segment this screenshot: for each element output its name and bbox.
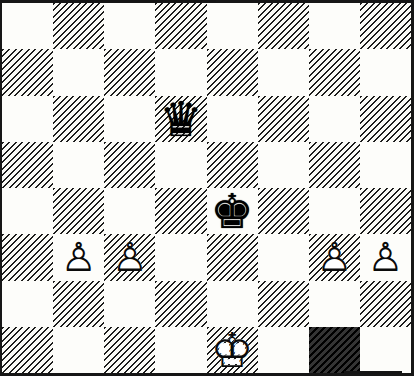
- black-king: ♚: [207, 188, 258, 234]
- square-e8: [207, 3, 258, 49]
- white-pawn-glyph: ♙: [104, 234, 155, 280]
- square-h4: [360, 188, 411, 234]
- square-b5: [53, 142, 104, 188]
- square-c7: [104, 49, 155, 95]
- square-f2: [258, 281, 309, 327]
- black-queen: ♛: [155, 96, 206, 142]
- square-c2: [104, 281, 155, 327]
- print-artifact: [160, 373, 204, 375]
- square-g6: [309, 96, 360, 142]
- square-f4: [258, 188, 309, 234]
- white-pawn: ♟♙: [53, 234, 104, 280]
- square-c3: ♟♙: [104, 234, 155, 280]
- chess-diagram: ♛♚♟♙♟♙♟♙♟♙♚♔: [0, 0, 414, 376]
- square-e6: [207, 96, 258, 142]
- square-h7: [360, 49, 411, 95]
- square-h8: [360, 3, 411, 49]
- white-pawn: ♟♙: [104, 234, 155, 280]
- square-h3: ♟♙: [360, 234, 411, 280]
- square-h6: [360, 96, 411, 142]
- square-f5: [258, 142, 309, 188]
- white-pawn-glyph: ♙: [360, 234, 411, 280]
- square-b2: [53, 281, 104, 327]
- square-e1: ♚♔: [207, 327, 258, 373]
- square-c8: [104, 3, 155, 49]
- square-g1: [309, 327, 360, 373]
- square-d1: [155, 327, 206, 373]
- square-g2: [309, 281, 360, 327]
- square-h5: [360, 142, 411, 188]
- white-pawn-glyph: ♙: [309, 234, 360, 280]
- white-king-glyph: ♔: [207, 327, 258, 373]
- print-artifact: [344, 371, 402, 374]
- square-c1: [104, 327, 155, 373]
- square-f6: [258, 96, 309, 142]
- square-a8: [2, 3, 53, 49]
- square-g3: ♟♙: [309, 234, 360, 280]
- square-b7: [53, 49, 104, 95]
- square-a4: [2, 188, 53, 234]
- square-e5: [207, 142, 258, 188]
- white-pawn: ♟♙: [360, 234, 411, 280]
- square-f3: [258, 234, 309, 280]
- white-pawn: ♟♙: [309, 234, 360, 280]
- square-b3: ♟♙: [53, 234, 104, 280]
- square-d7: [155, 49, 206, 95]
- square-e4: ♚: [207, 188, 258, 234]
- square-c4: [104, 188, 155, 234]
- square-a3: [2, 234, 53, 280]
- black-queen-glyph: ♛: [155, 96, 206, 142]
- square-a2: [2, 281, 53, 327]
- square-e7: [207, 49, 258, 95]
- square-c5: [104, 142, 155, 188]
- square-d5: [155, 142, 206, 188]
- black-king-glyph: ♚: [207, 188, 258, 234]
- square-h1: [360, 327, 411, 373]
- square-b4: [53, 188, 104, 234]
- square-e3: [207, 234, 258, 280]
- square-g4: [309, 188, 360, 234]
- white-pawn-glyph: ♙: [53, 234, 104, 280]
- square-a7: [2, 49, 53, 95]
- square-a5: [2, 142, 53, 188]
- square-d3: [155, 234, 206, 280]
- square-d6: ♛: [155, 96, 206, 142]
- square-b6: [53, 96, 104, 142]
- square-d2: [155, 281, 206, 327]
- print-artifact: [96, 0, 216, 2]
- square-e2: [207, 281, 258, 327]
- square-f7: [258, 49, 309, 95]
- square-d4: [155, 188, 206, 234]
- square-d8: [155, 3, 206, 49]
- square-g7: [309, 49, 360, 95]
- square-b1: [53, 327, 104, 373]
- square-a1: [2, 327, 53, 373]
- square-f1: [258, 327, 309, 373]
- square-f8: [258, 3, 309, 49]
- square-a6: [2, 96, 53, 142]
- square-c6: [104, 96, 155, 142]
- square-g5: [309, 142, 360, 188]
- chess-board: ♛♚♟♙♟♙♟♙♟♙♚♔: [0, 0, 414, 376]
- square-h2: [360, 281, 411, 327]
- white-king: ♚♔: [207, 327, 258, 373]
- square-g8: [309, 3, 360, 49]
- square-b8: [53, 3, 104, 49]
